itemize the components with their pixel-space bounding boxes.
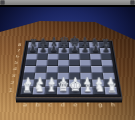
square-f5[interactable] [80,60,91,66]
piece-black-pawn-a7[interactable]: ♟ [28,45,36,54]
window-menu-icon[interactable] [1,1,4,4]
piece-white-knight-b1[interactable]: ♞ [33,82,44,94]
piece-black-pawn-g7[interactable]: ♟ [91,45,99,54]
piece-white-rook-a1[interactable]: ♜ [21,82,31,94]
file-label-f: f [81,103,94,110]
square-b1[interactable]: ♞ [33,87,46,95]
square-b4[interactable] [35,66,47,73]
square-f1[interactable]: ♝ [81,87,93,95]
piece-white-rook-h1[interactable]: ♜ [106,82,116,94]
square-a5[interactable] [25,60,37,66]
chess-board[interactable]: ♜♞♝♛♚♝♞♜♟♟♟♟♟♟♟♟♟♟♟♟♟♟♟♟♜♞♝♛♚♝♞♜ 8765432… [16,40,123,97]
chess-3d-window: ♜♞♝♛♚♝♞♜♟♟♟♟♟♟♟♟♟♟♟♟♟♟♟♟♜♞♝♛♚♝♞♜ 8765432… [0,0,135,120]
file-label-b: b [31,103,44,110]
square-g4[interactable] [91,66,103,73]
rank-label-2: 2 [7,80,18,87]
file-labels: abcdefgh [18,103,120,110]
piece-white-knight-g1[interactable]: ♞ [94,82,105,94]
piece-black-pawn-f7[interactable]: ♟ [81,45,89,54]
square-g1[interactable]: ♞ [93,87,106,95]
file-label-h: h [106,103,120,110]
square-d1[interactable]: ♛ [57,87,69,95]
square-d4[interactable] [58,66,69,73]
piece-white-queen-d1[interactable]: ♛ [57,80,69,94]
file-label-e: e [69,103,82,110]
square-c1[interactable]: ♝ [45,87,57,95]
piece-white-bishop-c1[interactable]: ♝ [45,81,57,94]
square-h5[interactable] [101,60,113,66]
square-h1[interactable]: ♜ [104,87,117,95]
square-d7[interactable]: ♟ [58,48,69,54]
piece-black-pawn-c7[interactable]: ♟ [49,45,57,54]
rank-label-5: 5 [11,60,21,66]
piece-white-king-e1[interactable]: ♚ [68,79,81,94]
rank-label-4: 4 [10,66,20,73]
square-a7[interactable]: ♟ [27,48,38,54]
file-label-d: d [56,103,69,110]
square-h7[interactable]: ♟ [100,48,111,54]
square-e5[interactable] [69,60,80,66]
square-c4[interactable] [46,66,58,73]
square-b5[interactable] [36,60,48,66]
square-g5[interactable] [90,60,102,66]
rank-label-3: 3 [8,73,19,80]
board-squares-grid: ♜♞♝♛♚♝♞♜♟♟♟♟♟♟♟♟♟♟♟♟♟♟♟♟♜♞♝♛♚♝♞♜ [20,42,117,94]
square-h4[interactable] [102,66,114,73]
square-e4[interactable] [69,66,80,73]
square-f7[interactable]: ♟ [79,48,90,54]
square-e1[interactable]: ♚ [69,87,81,95]
square-a4[interactable] [24,66,36,73]
chess-scene: ♜♞♝♛♚♝♞♜♟♟♟♟♟♟♟♟♟♟♟♟♟♟♟♟♜♞♝♛♚♝♞♜ 8765432… [0,7,135,120]
file-label-g: g [94,103,107,110]
square-c7[interactable]: ♟ [48,48,59,54]
file-label-c: c [44,103,57,110]
piece-black-pawn-d7[interactable]: ♟ [60,45,68,54]
piece-black-pawn-h7[interactable]: ♟ [102,45,110,54]
piece-black-pawn-e7[interactable]: ♟ [70,45,78,54]
square-b7[interactable]: ♟ [37,48,48,54]
square-c5[interactable] [47,60,58,66]
window-titlebar[interactable] [0,0,135,6]
window-resize-icon[interactable] [131,1,134,4]
square-d5[interactable] [58,60,69,66]
rank-label-1: 1 [5,87,16,95]
square-e7[interactable]: ♟ [69,48,80,54]
piece-white-bishop-f1[interactable]: ♝ [81,81,93,94]
square-f4[interactable] [80,66,92,73]
piece-black-pawn-b7[interactable]: ♟ [39,45,47,54]
file-label-a: a [18,103,32,110]
square-g7[interactable]: ♟ [90,48,101,54]
square-a1[interactable]: ♜ [20,87,33,95]
